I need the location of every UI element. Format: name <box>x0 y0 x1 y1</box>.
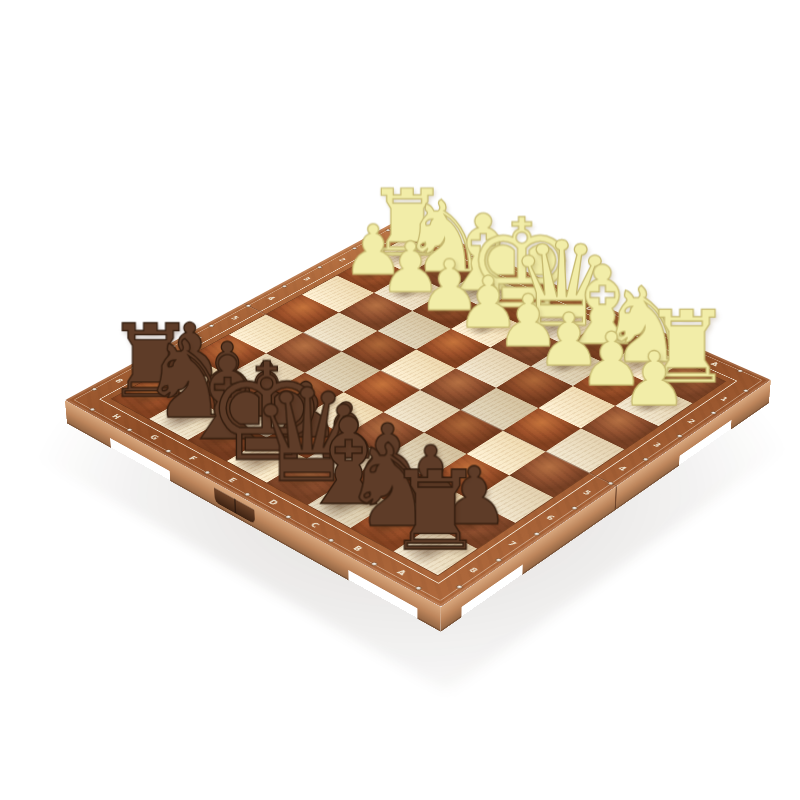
black-rook-glyph: ♜ <box>386 457 484 566</box>
fold-seam-edge <box>615 486 617 509</box>
photo-scene: HHGGFFEEDDCCBBAA1122334455667788 ♜♞♝♛♚♝♞… <box>0 0 800 800</box>
perspective-container: HHGGFFEEDDCCBBAA1122334455667788 ♜♞♝♛♚♝♞… <box>0 0 800 800</box>
white-pawn-glyph: ♟ <box>620 341 687 416</box>
chess-board: HHGGFFEEDDCCBBAA1122334455667788 ♜♞♝♛♚♝♞… <box>65 217 771 607</box>
